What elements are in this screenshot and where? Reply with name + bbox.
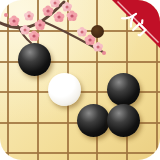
cherry-blossom-branch-icon [0,0,113,57]
grid-line-v-6 [156,0,158,160]
app-icon-go-beginner[interactable]: 入门 [0,0,160,160]
black-stone [107,104,140,137]
black-stone [107,73,140,106]
white-stone [48,73,81,106]
black-stone [77,104,110,137]
grid-line-h-5 [0,152,160,154]
